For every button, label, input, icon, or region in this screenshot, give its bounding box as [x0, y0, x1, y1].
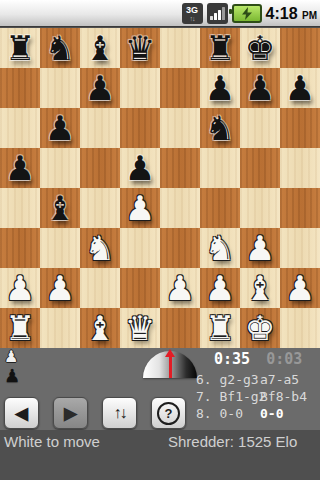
piece-black-rook: ♜	[5, 28, 35, 68]
square-b4[interactable]: ♝	[40, 188, 80, 228]
piece-white-queen: ♛	[125, 308, 155, 348]
square-b2[interactable]: ♟	[40, 268, 80, 308]
square-b6[interactable]: ♟	[40, 108, 80, 148]
square-e7[interactable]	[160, 68, 200, 108]
square-h5[interactable]	[280, 148, 320, 188]
flip-arrows-icon: ↑↓	[114, 404, 126, 422]
square-c4[interactable]	[80, 188, 120, 228]
piece-white-pawn: ♟	[205, 268, 235, 308]
gauge-needle-icon	[169, 356, 172, 378]
square-a6[interactable]	[0, 108, 40, 148]
forward-button[interactable]: ▶	[53, 397, 88, 429]
piece-black-queen: ♛	[125, 28, 155, 68]
engine-strength-label: Shredder: 1525 Elo	[168, 433, 297, 450]
square-d1[interactable]: ♛	[120, 308, 160, 348]
square-e4[interactable]	[160, 188, 200, 228]
piece-black-pawn: ♟	[205, 68, 235, 108]
square-e1[interactable]	[160, 308, 200, 348]
square-d2[interactable]	[120, 268, 160, 308]
piece-white-pawn: ♟	[245, 228, 275, 268]
square-a1[interactable]: ♜	[0, 308, 40, 348]
network-3g-icon: 3G ↑↓	[182, 3, 203, 24]
battery-charging-icon	[232, 4, 262, 23]
square-d7[interactable]	[120, 68, 160, 108]
piece-white-pawn: ♟	[165, 268, 195, 308]
square-h7[interactable]: ♟	[280, 68, 320, 108]
square-h1[interactable]	[280, 308, 320, 348]
side-to-move-status: White to move	[4, 433, 100, 450]
square-b5[interactable]	[40, 148, 80, 188]
back-button[interactable]: ◀	[4, 397, 39, 429]
piece-black-rook: ♜	[205, 28, 235, 68]
square-e8[interactable]	[160, 28, 200, 68]
square-h8[interactable]	[280, 28, 320, 68]
square-b8[interactable]: ♞	[40, 28, 80, 68]
square-f5[interactable]	[200, 148, 240, 188]
square-e2[interactable]: ♟	[160, 268, 200, 308]
square-g5[interactable]	[240, 148, 280, 188]
square-g2[interactable]: ♝	[240, 268, 280, 308]
white-move: 6. g2-g3	[196, 371, 260, 388]
piece-black-pawn: ♟	[125, 148, 155, 188]
black-clock: 0:03	[266, 350, 302, 368]
square-c2[interactable]	[80, 268, 120, 308]
signal-strength-icon	[207, 3, 228, 24]
question-mark-icon: ?	[157, 402, 180, 425]
piece-black-bishop: ♝	[85, 28, 115, 68]
control-buttons: ◀ ▶ ↑↓ ?	[0, 397, 320, 430]
square-a2[interactable]: ♟	[0, 268, 40, 308]
piece-black-bishop: ♝	[45, 188, 75, 228]
captured-white-pawn-icon: ♟	[4, 349, 18, 365]
square-d6[interactable]	[120, 108, 160, 148]
clock-time: 4:18 PM	[266, 5, 317, 23]
square-e3[interactable]	[160, 228, 200, 268]
square-a5[interactable]: ♟	[0, 148, 40, 188]
flip-board-button[interactable]: ↑↓	[102, 397, 137, 429]
square-f2[interactable]: ♟	[200, 268, 240, 308]
piece-black-pawn: ♟	[85, 68, 115, 108]
piece-white-rook: ♜	[205, 308, 235, 348]
square-f3[interactable]: ♞	[200, 228, 240, 268]
square-d8[interactable]: ♛	[120, 28, 160, 68]
piece-white-pawn: ♟	[125, 188, 155, 228]
square-b7[interactable]	[40, 68, 80, 108]
black-move: a7-a5	[260, 371, 299, 388]
square-b1[interactable]	[40, 308, 80, 348]
piece-white-king: ♚	[245, 308, 275, 348]
move-row-6[interactable]: 6. g2-g3a7-a5	[196, 371, 307, 388]
square-h2[interactable]: ♟	[280, 268, 320, 308]
piece-white-knight: ♞	[85, 228, 115, 268]
piece-white-bishop: ♝	[245, 268, 275, 308]
square-d3[interactable]	[120, 228, 160, 268]
chess-board[interactable]: ♜♞♝♛♜♚♟♟♟♟♟♞♟♟♝♟♞♞♟♟♟♟♟♝♟♜♝♛♜♚	[0, 28, 320, 348]
piece-black-king: ♚	[245, 28, 275, 68]
square-c1[interactable]: ♝	[80, 308, 120, 348]
piece-black-pawn: ♟	[5, 148, 35, 188]
piece-white-knight: ♞	[205, 228, 235, 268]
square-c3[interactable]: ♞	[80, 228, 120, 268]
square-g3[interactable]: ♟	[240, 228, 280, 268]
square-c8[interactable]: ♝	[80, 28, 120, 68]
square-d5[interactable]: ♟	[120, 148, 160, 188]
evaluation-gauge	[143, 351, 197, 378]
square-a3[interactable]	[0, 228, 40, 268]
piece-white-pawn: ♟	[45, 268, 75, 308]
square-g6[interactable]	[240, 108, 280, 148]
square-c6[interactable]	[80, 108, 120, 148]
captured-black-pawn-icon: ♟	[4, 367, 20, 385]
footer-bar: White to move Shredder: 1525 Elo	[0, 430, 320, 480]
square-a7[interactable]	[0, 68, 40, 108]
square-a8[interactable]: ♜	[0, 28, 40, 68]
square-h3[interactable]	[280, 228, 320, 268]
white-clock: 0:35	[214, 350, 250, 368]
square-d4[interactable]: ♟	[120, 188, 160, 228]
square-e6[interactable]	[160, 108, 200, 148]
piece-black-knight: ♞	[45, 28, 75, 68]
piece-black-pawn: ♟	[45, 108, 75, 148]
square-f1[interactable]: ♜	[200, 308, 240, 348]
square-c5[interactable]	[80, 148, 120, 188]
piece-black-knight: ♞	[205, 108, 235, 148]
square-c7[interactable]: ♟	[80, 68, 120, 108]
status-bar: 3G ↑↓ 4:18 PM	[0, 0, 320, 27]
piece-black-pawn: ♟	[245, 68, 275, 108]
app-screen: 3G ↑↓ 4:18 PM ♜♞♝♛♜♚♟♟♟♟♟♞♟♟♝♟♞♞♟♟♟♟♟♝♟♜…	[0, 0, 320, 480]
piece-white-pawn: ♟	[5, 268, 35, 308]
square-f4[interactable]	[200, 188, 240, 228]
square-f7[interactable]: ♟	[200, 68, 240, 108]
square-h4[interactable]	[280, 188, 320, 228]
piece-white-bishop: ♝	[85, 308, 115, 348]
square-e5[interactable]	[160, 148, 200, 188]
square-f6[interactable]: ♞	[200, 108, 240, 148]
square-h6[interactable]	[280, 108, 320, 148]
square-g7[interactable]: ♟	[240, 68, 280, 108]
piece-white-pawn: ♟	[285, 268, 315, 308]
square-g8[interactable]: ♚	[240, 28, 280, 68]
square-b3[interactable]	[40, 228, 80, 268]
square-f8[interactable]: ♜	[200, 28, 240, 68]
square-g4[interactable]	[240, 188, 280, 228]
info-panel: ♟ ♟ 0:35 0:03 6. g2-g3a7-a57. Bf1-g2Bf8-…	[0, 348, 320, 430]
square-a4[interactable]	[0, 188, 40, 228]
square-g1[interactable]: ♚	[240, 308, 280, 348]
piece-white-rook: ♜	[5, 308, 35, 348]
piece-black-pawn: ♟	[285, 68, 315, 108]
hint-button[interactable]: ?	[151, 397, 186, 429]
